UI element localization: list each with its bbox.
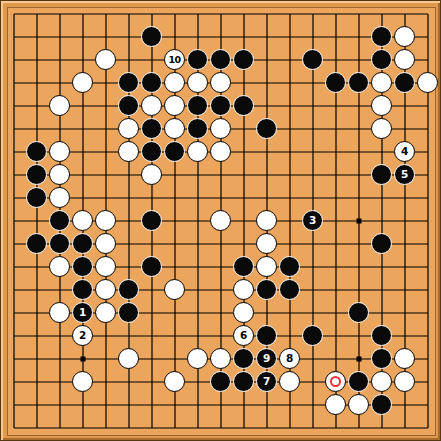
white-stone-move-10: 10 [164, 49, 185, 70]
white-stone [371, 371, 392, 392]
white-stone [394, 348, 415, 369]
black-stone [141, 118, 162, 139]
black-stone [233, 95, 254, 116]
black-stone [210, 49, 231, 70]
white-stone [210, 72, 231, 93]
white-stone [118, 118, 139, 139]
black-stone [141, 26, 162, 47]
white-stone [95, 279, 116, 300]
black-stone [233, 371, 254, 392]
black-stone [187, 118, 208, 139]
black-stone [371, 348, 392, 369]
black-stone-move-1: 1 [72, 302, 93, 323]
black-stone [141, 210, 162, 231]
circle-mark-icon [330, 376, 341, 387]
white-stone-move-6: 6 [233, 325, 254, 346]
white-stone [72, 72, 93, 93]
black-stone [118, 302, 139, 323]
white-stone [49, 302, 70, 323]
white-stone [233, 302, 254, 323]
white-stone [118, 348, 139, 369]
white-stone [141, 164, 162, 185]
black-stone [187, 49, 208, 70]
white-stone [95, 49, 116, 70]
white-stone [95, 233, 116, 254]
black-stone [394, 72, 415, 93]
white-stone [187, 72, 208, 93]
black-stone [371, 394, 392, 415]
white-stone [49, 187, 70, 208]
black-stone [233, 348, 254, 369]
white-stone [325, 394, 346, 415]
white-stone [95, 210, 116, 231]
white-stone [118, 141, 139, 162]
black-stone [210, 371, 231, 392]
white-stone [187, 348, 208, 369]
white-stone [210, 348, 231, 369]
black-stone [371, 26, 392, 47]
white-stone [49, 141, 70, 162]
black-stone [49, 210, 70, 231]
white-stone [394, 49, 415, 70]
black-stone [26, 141, 47, 162]
white-stone-marked [325, 371, 346, 392]
black-stone-move-9: 9 [256, 348, 277, 369]
white-stone [371, 72, 392, 93]
black-stone [187, 95, 208, 116]
black-stone [118, 279, 139, 300]
white-stone [210, 210, 231, 231]
white-stone [256, 256, 277, 277]
go-board-diagram: 12345678910 [0, 0, 441, 441]
white-stone [49, 95, 70, 116]
white-stone [95, 256, 116, 277]
white-stone [394, 26, 415, 47]
white-stone [164, 95, 185, 116]
black-stone [118, 95, 139, 116]
black-stone [210, 95, 231, 116]
black-stone [371, 233, 392, 254]
white-stone [72, 210, 93, 231]
black-stone-move-3: 3 [302, 210, 323, 231]
black-stone [348, 72, 369, 93]
black-stone [49, 233, 70, 254]
black-stone [325, 72, 346, 93]
black-stone [141, 141, 162, 162]
white-stone-move-8: 8 [279, 348, 300, 369]
black-stone [72, 233, 93, 254]
black-stone [371, 164, 392, 185]
white-stone [49, 256, 70, 277]
black-stone [72, 279, 93, 300]
white-stone [394, 371, 415, 392]
white-stone [72, 371, 93, 392]
white-stone [371, 118, 392, 139]
star-point [357, 219, 362, 224]
black-stone-move-5: 5 [394, 164, 415, 185]
white-stone [164, 72, 185, 93]
white-stone [233, 279, 254, 300]
black-stone [164, 141, 185, 162]
black-stone [371, 49, 392, 70]
white-stone [279, 371, 300, 392]
black-stone [26, 233, 47, 254]
black-stone [371, 325, 392, 346]
white-stone [141, 95, 162, 116]
black-stone [302, 49, 323, 70]
black-stone [141, 72, 162, 93]
black-stone [233, 49, 254, 70]
white-stone [164, 118, 185, 139]
black-stone [348, 371, 369, 392]
black-stone [118, 72, 139, 93]
black-stone [26, 187, 47, 208]
black-stone [279, 256, 300, 277]
black-stone [348, 302, 369, 323]
white-stone [417, 72, 438, 93]
black-stone [256, 325, 277, 346]
star-point [357, 357, 362, 362]
white-stone [187, 141, 208, 162]
black-stone [141, 256, 162, 277]
white-stone [256, 233, 277, 254]
white-stone [371, 95, 392, 116]
black-stone [72, 256, 93, 277]
black-stone [256, 279, 277, 300]
black-stone [256, 118, 277, 139]
white-stone [95, 302, 116, 323]
white-stone [164, 371, 185, 392]
black-stone [26, 164, 47, 185]
black-stone-move-7: 7 [256, 371, 277, 392]
white-stone [49, 164, 70, 185]
white-stone [210, 141, 231, 162]
black-stone [302, 325, 323, 346]
white-stone [348, 394, 369, 415]
go-board[interactable]: 12345678910 [7, 7, 436, 436]
white-stone [210, 118, 231, 139]
white-stone [164, 279, 185, 300]
white-stone-move-4: 4 [394, 141, 415, 162]
black-stone [279, 279, 300, 300]
black-stone [233, 256, 254, 277]
star-point [81, 357, 86, 362]
white-stone-move-2: 2 [72, 325, 93, 346]
white-stone [256, 210, 277, 231]
